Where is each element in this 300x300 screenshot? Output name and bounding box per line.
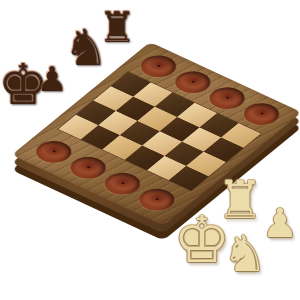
light-pawn-piece[interactable]: ♟ bbox=[260, 203, 300, 243]
product-photo: ♚ ♟ ♞ ♜ ♚ ♜ ♞ ♟ bbox=[0, 0, 300, 300]
light-rook-piece[interactable]: ♜ bbox=[214, 174, 266, 226]
piece-storage-hole[interactable] bbox=[237, 99, 286, 129]
dark-rook-piece[interactable]: ♜ bbox=[96, 7, 138, 49]
